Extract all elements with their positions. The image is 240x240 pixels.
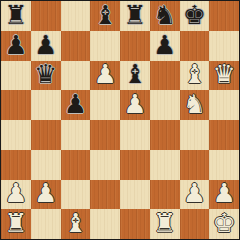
square-h7[interactable] <box>209 31 239 61</box>
piece-white-rook[interactable]: ♜ <box>4 210 27 236</box>
piece-black-pawn[interactable]: ♟ <box>34 32 57 58</box>
piece-white-rook[interactable]: ♜ <box>153 210 176 236</box>
piece-white-pawn[interactable]: ♟ <box>4 180 27 206</box>
square-d8[interactable]: ♝ <box>90 1 120 31</box>
square-f4[interactable] <box>150 120 180 150</box>
piece-white-bishop[interactable]: ♝ <box>64 210 87 236</box>
square-g2[interactable]: ♟ <box>180 180 210 210</box>
square-d4[interactable] <box>90 120 120 150</box>
piece-black-rook[interactable]: ♜ <box>123 2 146 28</box>
piece-black-knight[interactable]: ♞ <box>153 2 176 28</box>
square-f5[interactable] <box>150 90 180 120</box>
square-e7[interactable] <box>120 31 150 61</box>
piece-black-pawn[interactable]: ♟ <box>64 91 87 117</box>
square-h8[interactable] <box>209 1 239 31</box>
square-c7[interactable] <box>61 31 91 61</box>
square-d7[interactable] <box>90 31 120 61</box>
chess-board: ♜♝♜♞♚♟♟♟♛♟♝♝♛♟♟♞♟♟♟♟♜♝♜♚ <box>0 0 240 240</box>
square-h2[interactable]: ♟ <box>209 180 239 210</box>
square-e3[interactable] <box>120 150 150 180</box>
square-g1[interactable] <box>180 209 210 239</box>
square-b8[interactable] <box>31 1 61 31</box>
square-h1[interactable]: ♚ <box>209 209 239 239</box>
square-b5[interactable] <box>31 90 61 120</box>
square-h5[interactable] <box>209 90 239 120</box>
piece-black-king[interactable]: ♚ <box>183 2 206 28</box>
square-c4[interactable] <box>61 120 91 150</box>
piece-black-rook[interactable]: ♜ <box>4 2 27 28</box>
piece-white-pawn[interactable]: ♟ <box>93 61 116 87</box>
piece-white-king[interactable]: ♚ <box>212 210 235 236</box>
square-a3[interactable] <box>1 150 31 180</box>
square-a6[interactable] <box>1 61 31 91</box>
square-f3[interactable] <box>150 150 180 180</box>
square-f6[interactable] <box>150 61 180 91</box>
square-g3[interactable] <box>180 150 210 180</box>
piece-black-pawn[interactable]: ♟ <box>4 32 27 58</box>
piece-black-pawn[interactable]: ♟ <box>153 32 176 58</box>
square-a4[interactable] <box>1 120 31 150</box>
piece-white-bishop[interactable]: ♝ <box>183 61 206 87</box>
square-d1[interactable] <box>90 209 120 239</box>
square-d3[interactable] <box>90 150 120 180</box>
piece-white-pawn[interactable]: ♟ <box>34 180 57 206</box>
square-b1[interactable] <box>31 209 61 239</box>
square-g8[interactable]: ♚ <box>180 1 210 31</box>
square-e5[interactable]: ♟ <box>120 90 150 120</box>
piece-white-pawn[interactable]: ♟ <box>212 180 235 206</box>
square-c1[interactable]: ♝ <box>61 209 91 239</box>
square-g5[interactable]: ♞ <box>180 90 210 120</box>
square-b6[interactable]: ♛ <box>31 61 61 91</box>
piece-white-queen[interactable]: ♛ <box>212 61 235 87</box>
square-h6[interactable]: ♛ <box>209 61 239 91</box>
square-f7[interactable]: ♟ <box>150 31 180 61</box>
piece-black-bishop[interactable]: ♝ <box>123 61 146 87</box>
square-c6[interactable] <box>61 61 91 91</box>
piece-black-queen[interactable]: ♛ <box>34 61 57 87</box>
square-f8[interactable]: ♞ <box>150 1 180 31</box>
square-a2[interactable]: ♟ <box>1 180 31 210</box>
square-e6[interactable]: ♝ <box>120 61 150 91</box>
square-d5[interactable] <box>90 90 120 120</box>
square-b4[interactable] <box>31 120 61 150</box>
square-a1[interactable]: ♜ <box>1 209 31 239</box>
square-g6[interactable]: ♝ <box>180 61 210 91</box>
square-b2[interactable]: ♟ <box>31 180 61 210</box>
square-h4[interactable] <box>209 120 239 150</box>
square-b7[interactable]: ♟ <box>31 31 61 61</box>
square-g7[interactable] <box>180 31 210 61</box>
square-d6[interactable]: ♟ <box>90 61 120 91</box>
square-a7[interactable]: ♟ <box>1 31 31 61</box>
square-e4[interactable] <box>120 120 150 150</box>
square-h3[interactable] <box>209 150 239 180</box>
piece-black-bishop[interactable]: ♝ <box>93 2 116 28</box>
square-c5[interactable]: ♟ <box>61 90 91 120</box>
piece-white-knight[interactable]: ♞ <box>183 91 206 117</box>
square-c2[interactable] <box>61 180 91 210</box>
square-c8[interactable] <box>61 1 91 31</box>
square-b3[interactable] <box>31 150 61 180</box>
square-g4[interactable] <box>180 120 210 150</box>
square-a8[interactable]: ♜ <box>1 1 31 31</box>
square-f2[interactable] <box>150 180 180 210</box>
square-e1[interactable] <box>120 209 150 239</box>
square-a5[interactable] <box>1 90 31 120</box>
chess-diagram: ♜♝♜♞♚♟♟♟♛♟♝♝♛♟♟♞♟♟♟♟♜♝♜♚ <box>0 0 240 240</box>
square-c3[interactable] <box>61 150 91 180</box>
square-e8[interactable]: ♜ <box>120 1 150 31</box>
square-f1[interactable]: ♜ <box>150 209 180 239</box>
piece-white-pawn[interactable]: ♟ <box>123 91 146 117</box>
piece-white-pawn[interactable]: ♟ <box>183 180 206 206</box>
square-d2[interactable] <box>90 180 120 210</box>
square-e2[interactable] <box>120 180 150 210</box>
